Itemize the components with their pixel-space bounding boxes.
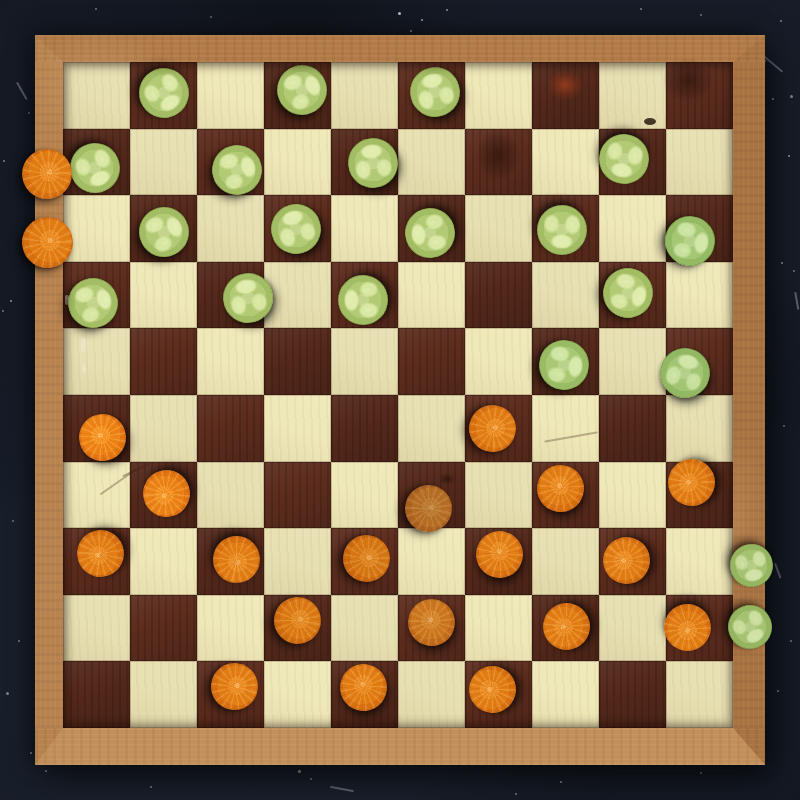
captured-pieces-layer (0, 0, 800, 800)
orange-carrot-man-captured[interactable] (18, 145, 77, 204)
orange-carrot-man-captured[interactable] (17, 212, 77, 272)
green-cucumber-man-captured[interactable] (725, 539, 777, 591)
photo-scene (0, 0, 800, 800)
green-cucumber-man-captured[interactable] (720, 597, 780, 657)
